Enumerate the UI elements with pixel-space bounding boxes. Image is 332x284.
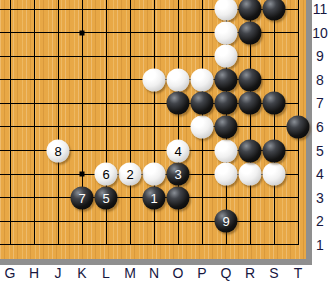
- board-cell-N9[interactable]: [142, 44, 166, 68]
- move-7-stone-K3[interactable]: 7: [71, 186, 94, 209]
- board-cell-P2[interactable]: [190, 210, 214, 234]
- move-number: 2: [126, 168, 133, 181]
- row-label-10: 10: [312, 25, 328, 41]
- column-label-Q: Q: [221, 265, 232, 281]
- board-cell-J2[interactable]: [46, 210, 70, 234]
- stone-T6[interactable]: [287, 116, 310, 139]
- board-cell-K11[interactable]: [70, 0, 94, 21]
- board-cell-N7[interactable]: [142, 92, 166, 116]
- board-cell-H9[interactable]: [22, 44, 46, 68]
- board-cell-R6[interactable]: [238, 115, 262, 139]
- board-cell-G8[interactable]: [0, 68, 22, 92]
- board-cell-G7[interactable]: [0, 92, 22, 116]
- move-number: 6: [102, 168, 109, 181]
- board-cell-S1[interactable]: [262, 233, 286, 257]
- board-cell-O11[interactable]: [166, 0, 190, 21]
- board-cell-M10[interactable]: [118, 21, 142, 45]
- row-label-8: 8: [316, 72, 324, 88]
- row-label-9: 9: [316, 48, 324, 64]
- move-number: 8: [54, 144, 61, 157]
- move-5-stone-L3[interactable]: 5: [95, 186, 118, 209]
- board-cell-G1[interactable]: [0, 233, 22, 257]
- move-4-stone-O5[interactable]: 4: [167, 139, 190, 162]
- board-cell-S9[interactable]: [262, 44, 286, 68]
- stone-P8[interactable]: [191, 68, 214, 91]
- board-cell-L5[interactable]: [94, 139, 118, 163]
- stone-O8[interactable]: [167, 68, 190, 91]
- board-cell-H11[interactable]: [22, 0, 46, 21]
- board-cell-M2[interactable]: [118, 210, 142, 234]
- board-cell-H3[interactable]: [22, 186, 46, 210]
- board-cell-N6[interactable]: [142, 115, 166, 139]
- board-cell-S8[interactable]: [262, 68, 286, 92]
- move-number: 9: [222, 215, 229, 228]
- board-grid: [0, 0, 310, 257]
- column-label-K: K: [77, 265, 86, 281]
- board-cell-N11[interactable]: [142, 0, 166, 21]
- board-cell-R2[interactable]: [238, 210, 262, 234]
- board-cell-P1[interactable]: [190, 233, 214, 257]
- board-cell-L2[interactable]: [94, 210, 118, 234]
- board-cell-S10[interactable]: [262, 21, 286, 45]
- column-label-L: L: [102, 265, 110, 281]
- board-cell-H10[interactable]: [22, 21, 46, 45]
- board-cell-H5[interactable]: [22, 139, 46, 163]
- board-cell-M11[interactable]: [118, 0, 142, 21]
- board-cell-P5[interactable]: [190, 139, 214, 163]
- board-cell-K6[interactable]: [70, 115, 94, 139]
- board-cell-M1[interactable]: [118, 233, 142, 257]
- board-cell-P3[interactable]: [190, 186, 214, 210]
- board-cell-P11[interactable]: [190, 0, 214, 21]
- stone-N4[interactable]: [143, 163, 166, 186]
- board-cell-S2[interactable]: [262, 210, 286, 234]
- board-cell-M6[interactable]: [118, 115, 142, 139]
- board-cell-N5[interactable]: [142, 139, 166, 163]
- board-cell-G3[interactable]: [0, 186, 22, 210]
- board-cell-H6[interactable]: [22, 115, 46, 139]
- board-cell-G10[interactable]: [0, 21, 22, 45]
- board-cell-K1[interactable]: [70, 233, 94, 257]
- board-cell-L1[interactable]: [94, 233, 118, 257]
- star-point-K10: [80, 30, 85, 35]
- board-cell-G4[interactable]: [0, 162, 22, 186]
- board-cell-O9[interactable]: [166, 44, 190, 68]
- row-label-4: 4: [316, 166, 324, 182]
- board-cell-N2[interactable]: [142, 210, 166, 234]
- stone-S5[interactable]: [263, 139, 286, 162]
- board-cell-J8[interactable]: [46, 68, 70, 92]
- board-cell-M9[interactable]: [118, 44, 142, 68]
- stone-Q9[interactable]: [215, 45, 238, 68]
- board-cell-R3[interactable]: [238, 186, 262, 210]
- move-8-stone-J5[interactable]: 8: [47, 139, 70, 162]
- board-cell-O10[interactable]: [166, 21, 190, 45]
- stone-R5[interactable]: [239, 139, 262, 162]
- board-cell-K8[interactable]: [70, 68, 94, 92]
- board-cell-M5[interactable]: [118, 139, 142, 163]
- move-1-stone-N3[interactable]: 1: [143, 186, 166, 209]
- move-number: 7: [78, 191, 85, 204]
- board-cell-S3[interactable]: [262, 186, 286, 210]
- row-label-3: 3: [316, 190, 324, 206]
- board-cell-H7[interactable]: [22, 92, 46, 116]
- board-cell-R9[interactable]: [238, 44, 262, 68]
- column-label-S: S: [269, 265, 278, 281]
- board-cell-J6[interactable]: [46, 115, 70, 139]
- stone-Q6[interactable]: [215, 116, 238, 139]
- board-cell-K5[interactable]: [70, 139, 94, 163]
- board-cell-R1[interactable]: [238, 233, 262, 257]
- board-cell-J1[interactable]: [46, 233, 70, 257]
- board-cell-H1[interactable]: [22, 233, 46, 257]
- stone-Q5[interactable]: [215, 139, 238, 162]
- board-cell-M7[interactable]: [118, 92, 142, 116]
- column-label-T: T: [294, 265, 303, 281]
- board-cell-N1[interactable]: [142, 233, 166, 257]
- board-cell-L10[interactable]: [94, 21, 118, 45]
- board-cell-H4[interactable]: [22, 162, 46, 186]
- column-label-H: H: [29, 265, 39, 281]
- column-label-M: M: [124, 265, 136, 281]
- board-cell-L6[interactable]: [94, 115, 118, 139]
- stone-Q8[interactable]: [215, 68, 238, 91]
- board-cell-M3[interactable]: [118, 186, 142, 210]
- go-board[interactable]: 123456789: [0, 0, 306, 259]
- board-cell-K9[interactable]: [70, 44, 94, 68]
- board-cell-K7[interactable]: [70, 92, 94, 116]
- board-cell-Q1[interactable]: [214, 233, 238, 257]
- board-cell-L7[interactable]: [94, 92, 118, 116]
- board-cell-L9[interactable]: [94, 44, 118, 68]
- board-cell-G11[interactable]: [0, 0, 22, 21]
- stone-R4[interactable]: [239, 163, 262, 186]
- go-diagram: 123456789 GHJKLMNOPQRST 1110987654321: [0, 0, 332, 284]
- column-label-G: G: [5, 265, 16, 281]
- column-label-N: N: [149, 265, 159, 281]
- column-label-R: R: [245, 265, 255, 281]
- board-cell-K2[interactable]: [70, 210, 94, 234]
- board-cell-H2[interactable]: [22, 210, 46, 234]
- board-cell-G2[interactable]: [0, 210, 22, 234]
- board-cell-J4[interactable]: [46, 162, 70, 186]
- move-number: 5: [102, 191, 109, 204]
- stone-O3[interactable]: [167, 186, 190, 209]
- board-cell-L8[interactable]: [94, 68, 118, 92]
- board-cell-J7[interactable]: [46, 92, 70, 116]
- column-label-P: P: [197, 265, 206, 281]
- row-label-5: 5: [316, 143, 324, 159]
- stone-Q7[interactable]: [215, 92, 238, 115]
- board-cell-G6[interactable]: [0, 115, 22, 139]
- stone-R8[interactable]: [239, 68, 262, 91]
- board-cell-J3[interactable]: [46, 186, 70, 210]
- board-cell-P9[interactable]: [190, 44, 214, 68]
- stone-S4[interactable]: [263, 163, 286, 186]
- row-label-1: 1: [316, 237, 324, 253]
- move-3-stone-O4[interactable]: 3: [167, 163, 190, 186]
- move-number: 1: [150, 191, 157, 204]
- board-cell-G5[interactable]: [0, 139, 22, 163]
- board-cell-M8[interactable]: [118, 68, 142, 92]
- row-label-7: 7: [316, 95, 324, 111]
- row-label-2: 2: [316, 213, 324, 229]
- board-cell-G9[interactable]: [0, 44, 22, 68]
- board-cell-Q3[interactable]: [214, 186, 238, 210]
- board-cell-J9[interactable]: [46, 44, 70, 68]
- board-cell-L11[interactable]: [94, 0, 118, 21]
- board-cell-S6[interactable]: [262, 115, 286, 139]
- stone-Q4[interactable]: [215, 163, 238, 186]
- stone-Q10[interactable]: [215, 21, 238, 44]
- column-label-J: J: [55, 265, 62, 281]
- stone-P6[interactable]: [191, 116, 214, 139]
- board-cell-O2[interactable]: [166, 210, 190, 234]
- stone-R10[interactable]: [239, 21, 262, 44]
- stone-P7[interactable]: [191, 92, 214, 115]
- move-number: 4: [174, 144, 181, 157]
- row-label-6: 6: [316, 119, 324, 135]
- board-cell-J10[interactable]: [46, 21, 70, 45]
- stone-N8[interactable]: [143, 68, 166, 91]
- stone-O7[interactable]: [167, 92, 190, 115]
- board-cell-O1[interactable]: [166, 233, 190, 257]
- board-cell-J11[interactable]: [46, 0, 70, 21]
- stone-R7[interactable]: [239, 92, 262, 115]
- move-9-stone-Q2[interactable]: 9: [215, 210, 238, 233]
- move-6-stone-L4[interactable]: 6: [95, 163, 118, 186]
- board-cell-P10[interactable]: [190, 21, 214, 45]
- board-cell-P4[interactable]: [190, 162, 214, 186]
- move-number: 3: [174, 168, 181, 181]
- column-label-O: O: [173, 265, 184, 281]
- row-label-11: 11: [313, 1, 328, 17]
- board-cell-H8[interactable]: [22, 68, 46, 92]
- board-cell-O6[interactable]: [166, 115, 190, 139]
- move-2-stone-M4[interactable]: 2: [119, 163, 142, 186]
- stone-S7[interactable]: [263, 92, 286, 115]
- star-point-K4: [80, 172, 85, 177]
- board-cell-N10[interactable]: [142, 21, 166, 45]
